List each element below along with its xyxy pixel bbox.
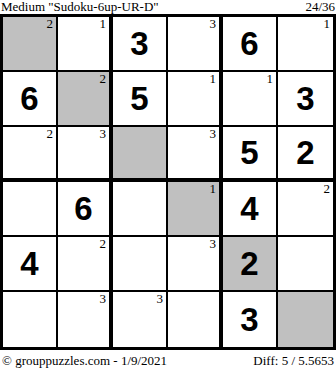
puzzle-page: Medium "Sudoku-6up-UR-D" 24/36 213361625… [0,0,336,370]
cell-value: 3 [296,82,314,115]
cell-value: 3 [130,27,148,60]
cell-r3c4[interactable]: 3 [168,127,223,182]
cell-r5c3[interactable] [113,237,168,292]
pencil-mark: 1 [210,72,217,86]
cell-r5c2[interactable]: 2 [58,237,113,292]
cell-value: 6 [74,192,92,225]
pencil-mark: 3 [100,127,107,141]
cell-r5c4[interactable]: 3 [168,237,223,292]
cell-value: 5 [240,136,258,169]
pencil-mark: 3 [210,127,217,141]
cell-r1c1[interactable]: 2 [3,17,58,72]
cell-r6c3[interactable]: 3 [113,292,168,347]
copyright-text: © grouppuzzles.com - 1/9/2021 [2,353,167,369]
pencil-mark: 1 [100,17,107,31]
footer-bar: © grouppuzzles.com - 1/9/2021 Diff: 5 / … [0,350,336,370]
pencil-mark: 1 [267,72,274,86]
cell-r2c5[interactable]: 1 [223,72,278,127]
cell-r2c4[interactable]: 1 [168,72,223,127]
pencil-mark: 3 [157,292,164,306]
cell-r4c1[interactable] [3,182,58,237]
cell-r2c1[interactable]: 6 [3,72,58,127]
cell-r4c3[interactable] [113,182,168,237]
pencil-mark: 1 [210,182,217,196]
sudoku-board: 2133616251132335261424232333 [0,14,336,350]
cell-value: 2 [240,247,258,280]
cell-r5c5[interactable]: 2 [223,237,278,292]
cell-r4c4[interactable]: 1 [168,182,223,237]
cell-r1c6[interactable]: 1 [278,17,333,72]
pencil-mark: 2 [47,127,54,141]
cell-r3c2[interactable]: 3 [58,127,113,182]
puzzle-title: Medium "Sudoku-6up-UR-D" [1,0,159,14]
cell-value: 5 [130,82,148,115]
cell-r2c6[interactable]: 3 [278,72,333,127]
cell-r6c6[interactable] [278,292,333,347]
pencil-mark: 3 [100,292,107,306]
cell-r3c6[interactable]: 2 [278,127,333,182]
cell-r3c1[interactable]: 2 [3,127,58,182]
cell-r6c4[interactable] [168,292,223,347]
cell-r4c5[interactable]: 4 [223,182,278,237]
cell-value: 4 [20,247,38,280]
cell-r3c3[interactable] [113,127,168,182]
cell-r5c1[interactable]: 4 [3,237,58,292]
cell-r5c6[interactable] [278,237,333,292]
pencil-mark: 3 [210,17,217,31]
cell-value: 2 [296,136,314,169]
pencil-mark: 2 [324,182,331,196]
pencil-mark: 1 [324,17,331,31]
cell-r2c2[interactable]: 2 [58,72,113,127]
cell-r6c5[interactable]: 3 [223,292,278,347]
pencil-mark: 2 [100,72,107,86]
pencil-mark: 2 [47,17,54,31]
cell-r4c6[interactable]: 2 [278,182,333,237]
difficulty-text: Diff: 5 / 5.5653 [253,353,334,369]
cell-value: 4 [240,192,258,225]
cell-value: 6 [20,82,38,115]
cell-r2c3[interactable]: 5 [113,72,168,127]
cell-r1c3[interactable]: 3 [113,17,168,72]
cell-r6c1[interactable] [3,292,58,347]
progress-counter: 24/36 [305,0,335,14]
cell-value: 6 [240,27,258,60]
pencil-mark: 3 [210,237,217,251]
cell-r3c5[interactable]: 5 [223,127,278,182]
cell-r4c2[interactable]: 6 [58,182,113,237]
cell-r1c2[interactable]: 1 [58,17,113,72]
cell-r1c4[interactable]: 3 [168,17,223,72]
header-bar: Medium "Sudoku-6up-UR-D" 24/36 [0,0,336,14]
cell-r1c5[interactable]: 6 [223,17,278,72]
cell-r6c2[interactable]: 3 [58,292,113,347]
cell-value: 3 [240,303,258,336]
pencil-mark: 2 [100,237,107,251]
